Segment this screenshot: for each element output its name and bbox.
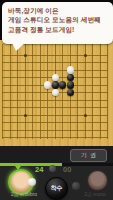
right-player-name: 2급 mono	[78, 191, 112, 197]
right-player-time: 00	[63, 165, 71, 174]
grid-hline	[2, 107, 108, 108]
promo-line-3: 고품격 정통 보드게임!	[8, 25, 111, 34]
grid-hline	[2, 115, 108, 116]
grid-hline	[2, 70, 108, 71]
stone-white	[52, 74, 59, 81]
stone-white	[67, 66, 74, 73]
player-panel: 24 00 착수 2급 enbibro 2급 mono	[0, 166, 113, 200]
right-player-avatar[interactable]	[87, 170, 108, 191]
star-point	[84, 114, 87, 117]
grid-hline	[2, 55, 108, 56]
promo-line-1: 바둑,장기에 이은	[8, 6, 111, 15]
stone-black	[59, 81, 66, 88]
stone-black	[67, 89, 74, 96]
left-player-time: 24	[35, 165, 43, 174]
omok-board[interactable]	[0, 40, 113, 146]
promo-line-2: 게임 스튜디오 모노움의 세번째	[8, 15, 111, 24]
place-stone-button[interactable]: 착수	[45, 177, 68, 200]
promo-bubble: 바둑,장기에 이은 게임 스튜디오 모노움의 세번째 고품격 정통 보드게임!	[2, 2, 113, 44]
resign-button[interactable]: 기권	[70, 149, 107, 162]
grid-hline	[2, 122, 108, 123]
black-stone-icon	[72, 182, 80, 190]
stone-black	[67, 81, 74, 88]
grid-hline	[2, 130, 108, 131]
left-player-name: 2급 enbibro	[0, 191, 48, 197]
star-point	[24, 114, 27, 117]
promo-bubble-tail	[12, 43, 25, 51]
gray-stone-icon	[49, 165, 56, 172]
stone-black	[52, 81, 59, 88]
stone-black	[67, 74, 74, 81]
star-point	[24, 54, 27, 57]
star-point	[84, 54, 87, 57]
stone-white	[52, 89, 59, 96]
omok-app-screenshot: { "game": "omok (gomoku / five-in-a-row)…	[0, 0, 113, 200]
resign-bar: 기권	[0, 146, 113, 163]
grid-hline	[2, 62, 108, 63]
grid-hline	[2, 137, 108, 138]
stone-white	[44, 81, 51, 88]
white-stone-icon	[28, 178, 36, 186]
grid-hline	[2, 100, 108, 101]
